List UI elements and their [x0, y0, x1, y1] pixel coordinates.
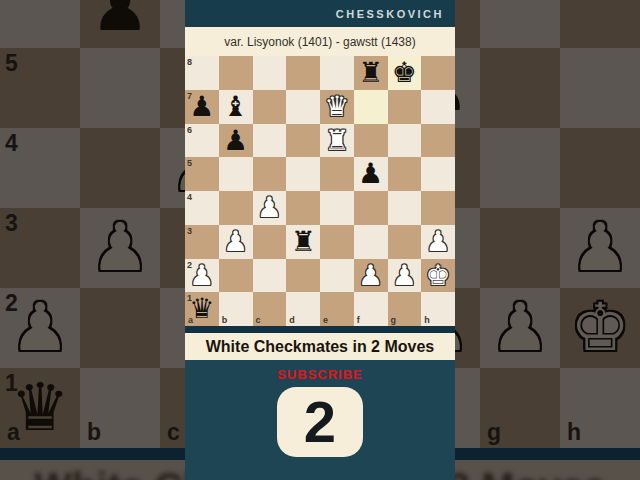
rank-label-1: 1 [187, 293, 192, 303]
bg-square-b3: ♟ [80, 208, 160, 288]
white-pawn[interactable]: ♟ [189, 259, 214, 293]
card-footer: SUBSCRIBE 2 [185, 360, 455, 480]
square-a2[interactable]: 2♟ [185, 259, 219, 293]
board-bottom-bar [185, 326, 455, 333]
square-b6[interactable]: ♟ [219, 124, 253, 158]
square-e7[interactable]: ♛ [320, 90, 354, 124]
bg-square-a1: 1a♛ [0, 368, 80, 448]
square-a1[interactable]: 1a♛ [185, 292, 219, 326]
square-g2[interactable]: ♟ [388, 259, 422, 293]
brand-logo-text: CHESSKOVICH [336, 8, 444, 20]
square-d7[interactable] [286, 90, 320, 124]
bg-file-label-h: h [567, 419, 581, 446]
square-g4[interactable] [388, 191, 422, 225]
black-queen[interactable]: ♛ [189, 292, 214, 326]
countdown-number: 2 [304, 387, 336, 457]
square-f8[interactable]: ♜ [354, 56, 388, 90]
square-d2[interactable] [286, 259, 320, 293]
bg-square-h6 [560, 0, 640, 48]
bg-rank-label-3: 3 [5, 210, 18, 237]
bg-square-g4 [480, 128, 560, 208]
square-c7[interactable] [253, 90, 287, 124]
rank-label-8: 8 [187, 57, 192, 67]
bg-square-a6: 6 [0, 0, 80, 48]
square-d5[interactable] [286, 157, 320, 191]
square-a7[interactable]: 7♟ [185, 90, 219, 124]
bg-white-pawn: ♟ [90, 208, 149, 288]
bg-rank-label-4: 4 [5, 130, 18, 157]
square-c3[interactable] [253, 225, 287, 259]
square-g5[interactable] [388, 157, 422, 191]
square-h2[interactable]: ♚ [421, 259, 455, 293]
file-label-g: g [391, 315, 397, 325]
bg-square-h4 [560, 128, 640, 208]
bg-square-b5 [80, 48, 160, 128]
square-h5[interactable] [421, 157, 455, 191]
square-d1[interactable]: d [286, 292, 320, 326]
puzzle-card: CHESSKOVICH var. Lisyonok (1401) - gawst… [185, 0, 455, 480]
white-rook[interactable]: ♜ [324, 124, 349, 158]
task-banner-text: White Checkmates in 2 Moves [206, 338, 435, 356]
black-pawn[interactable]: ♟ [358, 157, 383, 191]
square-c4[interactable]: ♟ [253, 191, 287, 225]
square-b5[interactable] [219, 157, 253, 191]
square-d3[interactable]: ♜ [286, 225, 320, 259]
square-e3[interactable] [320, 225, 354, 259]
square-c1[interactable]: c [253, 292, 287, 326]
square-d4[interactable] [286, 191, 320, 225]
square-b8[interactable] [219, 56, 253, 90]
rank-label-7: 7 [187, 91, 192, 101]
square-d6[interactable] [286, 124, 320, 158]
players-bar: var. Lisyonok (1401) - gawstt (1438) [185, 27, 455, 56]
square-a6[interactable]: 6 [185, 124, 219, 158]
card-header: CHESSKOVICH [185, 0, 455, 27]
square-g1[interactable]: g [388, 292, 422, 326]
square-b4[interactable] [219, 191, 253, 225]
video-frame: 8♜♚7♟♝♛6♟♜5♟4♟3♟♜♟2♟♟♟♚1a♛bcdefgh White … [0, 0, 640, 480]
bg-square-b6: ♟ [80, 0, 160, 48]
black-pawn[interactable]: ♟ [189, 90, 214, 124]
bg-file-label-c: c [167, 419, 180, 446]
bg-square-h1: h [560, 368, 640, 448]
bg-white-king: ♚ [570, 288, 629, 368]
white-pawn[interactable]: ♟ [257, 191, 282, 225]
bg-square-b1: b [80, 368, 160, 448]
square-f7[interactable] [354, 90, 388, 124]
square-g6[interactable] [388, 124, 422, 158]
bg-file-label-g: g [487, 419, 501, 446]
bg-square-h5 [560, 48, 640, 128]
square-e5[interactable] [320, 157, 354, 191]
square-a3[interactable]: 3 [185, 225, 219, 259]
bg-square-g3 [480, 208, 560, 288]
square-e8[interactable] [320, 56, 354, 90]
bg-black-pawn: ♟ [90, 0, 149, 48]
square-a8[interactable]: 8 [185, 56, 219, 90]
players-label: var. Lisyonok (1401) - gawstt (1438) [224, 35, 415, 49]
white-king[interactable]: ♚ [426, 259, 451, 293]
white-pawn[interactable]: ♟ [358, 259, 383, 293]
square-h8[interactable] [421, 56, 455, 90]
task-banner: White Checkmates in 2 Moves [185, 333, 455, 360]
square-g8[interactable]: ♚ [388, 56, 422, 90]
square-h1[interactable]: h [421, 292, 455, 326]
square-d8[interactable] [286, 56, 320, 90]
rank-label-4: 4 [187, 192, 192, 202]
white-pawn[interactable]: ♟ [426, 225, 451, 259]
rank-label-3: 3 [187, 226, 192, 236]
bg-square-g5 [480, 48, 560, 128]
square-b3[interactable]: ♟ [219, 225, 253, 259]
square-e4[interactable] [320, 191, 354, 225]
bg-square-g1: g [480, 368, 560, 448]
bg-rank-label-2: 2 [5, 290, 18, 317]
bg-square-a2: 2♟ [0, 288, 80, 368]
black-rook[interactable]: ♜ [291, 225, 316, 259]
bg-square-g2: ♟ [480, 288, 560, 368]
square-b7[interactable]: ♝ [219, 90, 253, 124]
square-f2[interactable]: ♟ [354, 259, 388, 293]
bg-white-pawn: ♟ [10, 288, 69, 368]
chess-board: 8♜♚7♟♝♛6♟♜5♟4♟3♟♜♟2♟♟♟♚1a♛bcdefgh [185, 56, 455, 326]
square-f6[interactable] [354, 124, 388, 158]
square-f4[interactable] [354, 191, 388, 225]
bg-square-b4 [80, 128, 160, 208]
black-rook[interactable]: ♜ [358, 56, 383, 90]
bg-square-a5: 5 [0, 48, 80, 128]
square-f1[interactable]: f [354, 292, 388, 326]
square-a4[interactable]: 4 [185, 191, 219, 225]
square-c8[interactable] [253, 56, 287, 90]
countdown-box: 2 [277, 387, 363, 457]
file-label-c: c [256, 315, 261, 325]
bg-square-a4: 4 [0, 128, 80, 208]
square-c6[interactable] [253, 124, 287, 158]
black-king[interactable]: ♚ [392, 56, 417, 90]
file-label-b: b [222, 315, 228, 325]
square-c5[interactable] [253, 157, 287, 191]
square-h7[interactable] [421, 90, 455, 124]
square-h4[interactable] [421, 191, 455, 225]
square-a5[interactable]: 5 [185, 157, 219, 191]
white-queen[interactable]: ♛ [324, 90, 349, 124]
square-e2[interactable] [320, 259, 354, 293]
square-c2[interactable] [253, 259, 287, 293]
bg-white-pawn: ♟ [570, 208, 629, 288]
bg-white-pawn: ♟ [490, 288, 549, 368]
bg-square-h2: ♚ [560, 288, 640, 368]
file-label-a: a [188, 315, 193, 325]
square-g7[interactable] [388, 90, 422, 124]
bg-rank-label-5: 5 [5, 50, 18, 77]
square-b2[interactable] [219, 259, 253, 293]
bg-file-label-b: b [87, 419, 101, 446]
subscribe-label: SUBSCRIBE [277, 367, 363, 382]
white-pawn[interactable]: ♟ [223, 225, 248, 259]
square-e6[interactable]: ♜ [320, 124, 354, 158]
square-e1[interactable]: e [320, 292, 354, 326]
white-pawn[interactable]: ♟ [392, 259, 417, 293]
bg-file-label-a: a [7, 419, 20, 446]
square-h3[interactable]: ♟ [421, 225, 455, 259]
square-g3[interactable] [388, 225, 422, 259]
file-label-d: d [289, 315, 295, 325]
rank-label-6: 6 [187, 125, 192, 135]
black-bishop[interactable]: ♝ [223, 90, 248, 124]
square-b1[interactable]: b [219, 292, 253, 326]
file-label-h: h [424, 315, 430, 325]
square-f5[interactable]: ♟ [354, 157, 388, 191]
black-pawn[interactable]: ♟ [223, 124, 248, 158]
square-h6[interactable] [421, 124, 455, 158]
rank-label-2: 2 [187, 260, 192, 270]
file-label-f: f [357, 315, 360, 325]
bg-square-g6 [480, 0, 560, 48]
bg-rank-label-1: 1 [5, 370, 18, 397]
rank-label-5: 5 [187, 158, 192, 168]
square-f3[interactable] [354, 225, 388, 259]
bg-square-a3: 3 [0, 208, 80, 288]
bg-square-b2 [80, 288, 160, 368]
bg-square-h3: ♟ [560, 208, 640, 288]
file-label-e: e [323, 315, 328, 325]
